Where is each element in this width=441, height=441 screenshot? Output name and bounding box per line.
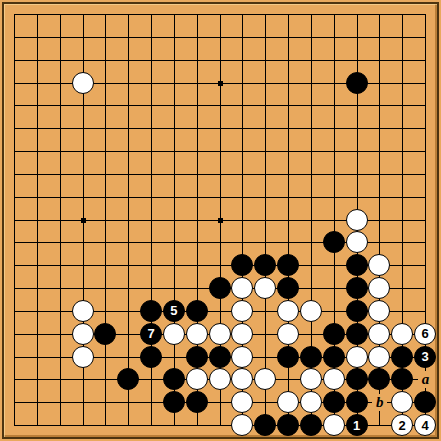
stone-black-18-17 <box>391 368 413 390</box>
stone-black-10-16 <box>209 346 231 368</box>
stone-white-12-17 <box>254 368 276 390</box>
stone-black-16-19: 1 <box>346 414 368 436</box>
stone-white-4-15 <box>72 323 94 345</box>
stone-black-15-18 <box>323 391 345 413</box>
stone-black-16-15 <box>346 323 368 345</box>
stone-white-9-15 <box>186 323 208 345</box>
stone-black-8-18 <box>163 391 185 413</box>
go-board: ab5763124 <box>0 0 441 441</box>
stone-black-19-18 <box>414 391 436 413</box>
stone-white-10-17 <box>209 368 231 390</box>
stone-black-15-16 <box>323 346 345 368</box>
stone-black-16-4 <box>346 72 368 94</box>
stone-black-16-13 <box>346 277 368 299</box>
stone-black-16-18 <box>346 391 368 413</box>
stone-black-12-19 <box>254 414 276 436</box>
star-point <box>81 218 86 223</box>
stone-white-10-15 <box>209 323 231 345</box>
stone-black-6-17 <box>117 368 139 390</box>
stone-white-17-14 <box>368 300 390 322</box>
stone-black-16-17 <box>346 368 368 390</box>
stone-black-16-12 <box>346 254 368 276</box>
move-number-label: 6 <box>421 327 428 340</box>
stone-white-13-18 <box>277 391 299 413</box>
stone-white-13-15 <box>277 323 299 345</box>
stone-white-16-11 <box>346 231 368 253</box>
stone-black-7-16 <box>140 346 162 368</box>
stone-white-14-14 <box>300 300 322 322</box>
stone-white-14-18 <box>300 391 322 413</box>
stone-black-17-17 <box>368 368 390 390</box>
stone-black-13-12 <box>277 254 299 276</box>
star-point <box>218 218 223 223</box>
stone-white-15-19 <box>323 414 345 436</box>
stone-white-17-16 <box>368 346 390 368</box>
point-label-a: a <box>418 371 433 388</box>
stone-white-4-4 <box>72 72 94 94</box>
stone-black-14-19 <box>300 414 322 436</box>
stone-white-11-14 <box>231 300 253 322</box>
stone-white-16-10 <box>346 209 368 231</box>
star-point <box>218 81 223 86</box>
stone-white-19-15: 6 <box>414 323 436 345</box>
move-number-label: 5 <box>170 304 177 317</box>
stone-black-8-17 <box>163 368 185 390</box>
stone-black-11-12 <box>231 254 253 276</box>
stone-black-9-14 <box>186 300 208 322</box>
move-number-label: 7 <box>147 327 154 340</box>
stone-black-15-11 <box>323 231 345 253</box>
stone-white-17-15 <box>368 323 390 345</box>
stone-white-14-17 <box>300 368 322 390</box>
stone-white-17-12 <box>368 254 390 276</box>
stone-black-12-12 <box>254 254 276 276</box>
stone-black-16-14 <box>346 300 368 322</box>
stone-black-7-15: 7 <box>140 323 162 345</box>
stone-black-19-16: 3 <box>414 346 436 368</box>
stone-white-8-15 <box>163 323 185 345</box>
grid-line-v-12 <box>265 14 266 426</box>
stone-black-9-16 <box>186 346 208 368</box>
stone-black-15-15 <box>323 323 345 345</box>
move-number-label: 4 <box>421 419 428 432</box>
point-label-b: b <box>372 394 387 411</box>
stone-white-11-16 <box>231 346 253 368</box>
stone-black-7-14 <box>140 300 162 322</box>
stone-white-18-15 <box>391 323 413 345</box>
stone-white-4-16 <box>72 346 94 368</box>
stone-white-11-13 <box>231 277 253 299</box>
stone-white-11-17 <box>231 368 253 390</box>
stone-white-11-18 <box>231 391 253 413</box>
stone-black-5-15 <box>94 323 116 345</box>
stone-white-4-14 <box>72 300 94 322</box>
stone-white-19-19: 4 <box>414 414 436 436</box>
stone-white-16-16 <box>346 346 368 368</box>
stone-white-12-13 <box>254 277 276 299</box>
stone-white-9-17 <box>186 368 208 390</box>
stone-black-13-16 <box>277 346 299 368</box>
stone-white-11-15 <box>231 323 253 345</box>
stone-black-10-13 <box>209 277 231 299</box>
stone-black-13-19 <box>277 414 299 436</box>
stone-black-9-18 <box>186 391 208 413</box>
move-number-label: 1 <box>353 419 360 432</box>
stone-white-18-18 <box>391 391 413 413</box>
stone-black-8-14: 5 <box>163 300 185 322</box>
move-number-label: 2 <box>399 419 406 432</box>
stone-white-13-14 <box>277 300 299 322</box>
stone-black-14-16 <box>300 346 322 368</box>
stone-black-13-13 <box>277 277 299 299</box>
stone-white-11-19 <box>231 414 253 436</box>
stone-white-18-19: 2 <box>391 414 413 436</box>
stone-white-15-17 <box>323 368 345 390</box>
stone-black-18-16 <box>391 346 413 368</box>
move-number-label: 3 <box>421 350 428 363</box>
stone-white-17-13 <box>368 277 390 299</box>
